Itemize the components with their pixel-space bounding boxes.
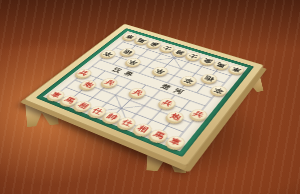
- piece-glyph: 馬: [216, 61, 227, 67]
- piece-glyph: 卒: [183, 77, 195, 84]
- piece-glyph: 相: [136, 124, 150, 133]
- piece-glyph: 相: [77, 102, 91, 110]
- piece-glyph: 馬: [63, 96, 76, 104]
- piece-glyph: 卒: [212, 87, 224, 94]
- piece-black-chariot[interactable]: 車: [227, 64, 246, 75]
- piece-red-soldier[interactable]: 兵: [100, 77, 121, 89]
- piece-red-soldier[interactable]: 兵: [127, 86, 148, 99]
- piece-black-soldier[interactable]: 卒: [150, 66, 170, 77]
- piece-glyph: 仕: [91, 107, 105, 115]
- piece-black-cannon[interactable]: 砲: [118, 47, 137, 57]
- piece-black-cannon[interactable]: 砲: [200, 72, 220, 84]
- piece-glyph: 砲: [122, 49, 133, 55]
- piece-glyph: 帥: [106, 113, 120, 122]
- piece-glyph: 炮: [82, 81, 95, 88]
- piece-red-cannon[interactable]: 炮: [77, 79, 98, 91]
- piece-glyph: 士: [162, 45, 173, 51]
- piece-glyph: 兵: [104, 79, 117, 86]
- piece-red-soldier[interactable]: 兵: [156, 97, 178, 110]
- piece-black-soldier[interactable]: 卒: [124, 57, 144, 68]
- piece-glyph: 兵: [161, 99, 174, 107]
- piece-glyph: 兵: [132, 89, 145, 97]
- piece-glyph: 兵: [192, 110, 205, 118]
- xiangqi-photo-scene: 汉界 楚河 車馬象士將士象馬車砲砲卒卒卒卒卒兵兵兵兵兵炮炮車馬相仕帥仕相馬車: [0, 0, 300, 194]
- piece-glyph: 卒: [154, 68, 166, 75]
- piece-glyph: 炮: [168, 113, 181, 122]
- piece-glyph: 車: [50, 91, 63, 99]
- piece-glyph: 卒: [102, 51, 114, 57]
- piece-glyph: 砲: [204, 75, 216, 82]
- piece-glyph: 象: [202, 57, 213, 63]
- piece-black-soldier[interactable]: 卒: [179, 75, 199, 87]
- piece-red-soldier[interactable]: 兵: [73, 68, 94, 79]
- piece-glyph: 車: [124, 34, 135, 39]
- piece-glyph: 卒: [128, 59, 140, 65]
- piece-glyph: 士: [188, 53, 199, 59]
- piece-glyph: 車: [231, 66, 243, 73]
- piece-glyph: 車: [168, 137, 182, 147]
- piece-glyph: 馬: [152, 130, 166, 139]
- piece-black-soldier[interactable]: 卒: [98, 49, 117, 59]
- piece-glyph: 象: [149, 41, 160, 47]
- piece-red-cannon[interactable]: 炮: [164, 110, 186, 124]
- piece-glyph: 兵: [77, 70, 89, 77]
- piece-glyph: 仕: [121, 118, 135, 127]
- piece-black-soldier[interactable]: 卒: [208, 84, 229, 96]
- piece-glyph: 將: [175, 49, 186, 55]
- piece-glyph: 馬: [137, 37, 148, 43]
